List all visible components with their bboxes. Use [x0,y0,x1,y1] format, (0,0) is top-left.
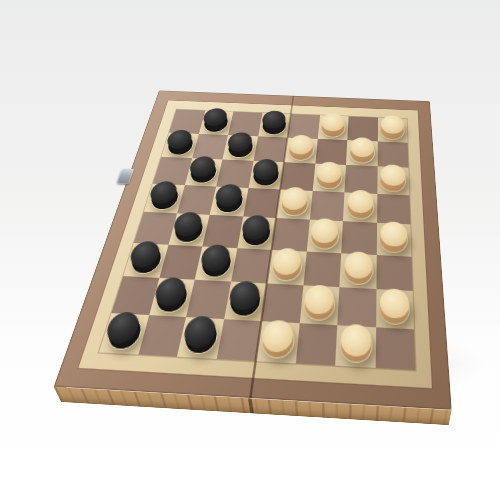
square-d2[interactable] [224,282,267,321]
square-g6[interactable] [345,165,378,194]
square-f6[interactable] [312,164,346,192]
square-c3[interactable] [195,246,237,282]
square-d7[interactable] [253,136,287,162]
square-f8[interactable] [317,115,348,140]
square-f7[interactable] [315,139,347,165]
square-e4[interactable] [272,218,310,251]
square-e7[interactable] [284,137,317,163]
square-d8[interactable] [258,113,291,137]
square-b1[interactable] [138,314,186,356]
square-g1[interactable] [335,325,375,368]
product-photo-scene [0,0,500,500]
square-g4[interactable] [341,221,376,254]
square-d6[interactable] [248,161,284,189]
square-a2[interactable] [112,276,159,314]
square-b2[interactable] [149,278,195,317]
square-a3[interactable] [123,243,168,278]
square-h7[interactable] [377,141,408,168]
square-h4[interactable] [376,223,411,257]
checkers-board [54,90,452,410]
square-h8[interactable] [377,118,407,143]
square-h3[interactable] [376,255,413,291]
square-g5[interactable] [343,192,377,223]
square-e6[interactable] [280,162,315,190]
square-d4[interactable] [237,216,276,249]
square-b3[interactable] [159,244,203,279]
square-c2[interactable] [186,280,230,319]
square-g2[interactable] [337,287,376,327]
square-e1[interactable] [256,321,300,364]
square-e8[interactable] [288,114,320,138]
square-h1[interactable] [375,327,415,370]
square-f4[interactable] [306,220,343,253]
square-a1[interactable] [99,312,149,354]
play-area [99,109,415,370]
square-h5[interactable] [377,193,411,224]
square-e2[interactable] [261,283,303,322]
square-f2[interactable] [299,285,339,324]
board-frame [54,90,452,410]
square-c5[interactable] [210,186,248,216]
square-c6[interactable] [216,159,253,187]
square-e5[interactable] [276,189,312,220]
square-c4[interactable] [202,215,242,248]
square-c7[interactable] [222,135,257,161]
square-h2[interactable] [376,289,414,329]
square-g3[interactable] [339,253,376,289]
square-h6[interactable] [377,166,410,195]
square-f3[interactable] [303,251,341,287]
perspective-container [0,0,500,500]
square-d3[interactable] [231,248,272,284]
square-d1[interactable] [216,319,261,362]
square-f5[interactable] [309,190,344,221]
square-c8[interactable] [228,112,262,136]
square-b4[interactable] [168,213,209,246]
square-f1[interactable] [295,323,337,366]
square-g7[interactable] [346,140,377,166]
square-c1[interactable] [177,316,224,358]
square-g8[interactable] [347,116,377,141]
square-e3[interactable] [267,249,307,285]
